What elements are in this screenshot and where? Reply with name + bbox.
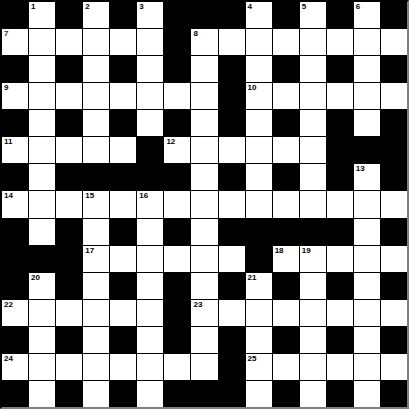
white-cell[interactable] (29, 110, 55, 136)
white-cell[interactable]: 16 (137, 191, 163, 217)
white-cell[interactable] (83, 300, 109, 326)
white-cell[interactable]: 4 (246, 2, 272, 28)
black-cell (327, 110, 353, 136)
clue-number: 5 (302, 2, 306, 11)
clue-number: 8 (193, 29, 197, 38)
black-cell (2, 164, 28, 190)
clue-number: 22 (4, 300, 13, 309)
white-cell[interactable] (29, 300, 55, 326)
white-cell[interactable] (246, 29, 272, 55)
white-cell[interactable] (191, 219, 217, 245)
white-cell[interactable] (137, 381, 163, 407)
black-cell (381, 381, 407, 407)
white-cell[interactable]: 12 (164, 137, 190, 163)
white-cell[interactable] (381, 83, 407, 109)
black-cell (381, 273, 407, 299)
black-cell (164, 381, 190, 407)
black-cell (2, 219, 28, 245)
white-cell[interactable] (381, 354, 407, 380)
white-cell[interactable] (381, 300, 407, 326)
clue-number: 25 (248, 354, 257, 363)
white-cell[interactable] (354, 219, 380, 245)
black-cell (164, 29, 190, 55)
black-cell (273, 164, 299, 190)
white-cell[interactable] (191, 191, 217, 217)
clue-number: 15 (85, 191, 94, 200)
clue-number: 1 (31, 2, 35, 11)
white-cell[interactable] (381, 246, 407, 272)
black-cell (56, 219, 82, 245)
black-cell (327, 381, 353, 407)
black-cell (110, 110, 136, 136)
white-cell[interactable] (381, 191, 407, 217)
black-cell (219, 354, 245, 380)
white-cell[interactable] (137, 300, 163, 326)
black-cell (381, 2, 407, 28)
white-cell[interactable] (246, 327, 272, 353)
white-cell[interactable] (327, 29, 353, 55)
black-cell (219, 110, 245, 136)
black-cell (273, 327, 299, 353)
white-cell[interactable] (354, 300, 380, 326)
white-cell[interactable]: 1 (29, 2, 55, 28)
black-cell (2, 327, 28, 353)
clue-number: 7 (4, 29, 8, 38)
white-cell[interactable] (56, 137, 82, 163)
black-cell (56, 327, 82, 353)
clue-number: 17 (85, 246, 94, 255)
white-cell[interactable] (110, 29, 136, 55)
clue-number: 13 (356, 164, 365, 173)
white-cell[interactable] (273, 29, 299, 55)
black-cell (164, 2, 190, 28)
black-cell (354, 137, 380, 163)
white-cell[interactable] (29, 56, 55, 82)
white-cell[interactable]: 5 (300, 2, 326, 28)
white-cell[interactable]: 19 (300, 246, 326, 272)
white-cell[interactable] (110, 354, 136, 380)
black-cell (219, 273, 245, 299)
white-cell[interactable] (246, 164, 272, 190)
white-cell[interactable] (137, 246, 163, 272)
black-cell (29, 246, 55, 272)
white-cell[interactable] (110, 191, 136, 217)
white-cell[interactable] (354, 273, 380, 299)
white-cell[interactable] (83, 273, 109, 299)
clue-number: 14 (4, 191, 13, 200)
white-cell[interactable] (273, 191, 299, 217)
white-cell[interactable]: 9 (2, 83, 28, 109)
black-cell (164, 110, 190, 136)
black-cell (246, 246, 272, 272)
white-cell[interactable] (83, 83, 109, 109)
white-cell[interactable] (300, 327, 326, 353)
black-cell (381, 137, 407, 163)
white-cell[interactable] (191, 83, 217, 109)
white-cell[interactable] (300, 83, 326, 109)
white-cell[interactable] (191, 273, 217, 299)
black-cell (164, 327, 190, 353)
white-cell[interactable]: 18 (273, 246, 299, 272)
clue-number: 18 (275, 246, 284, 255)
black-cell (327, 164, 353, 190)
black-cell (219, 381, 245, 407)
white-cell[interactable] (83, 29, 109, 55)
white-cell[interactable] (327, 354, 353, 380)
white-cell[interactable]: 10 (246, 83, 272, 109)
white-cell[interactable] (110, 246, 136, 272)
white-cell[interactable]: 6 (354, 2, 380, 28)
white-cell[interactable]: 20 (29, 273, 55, 299)
white-cell[interactable] (327, 191, 353, 217)
white-cell[interactable] (354, 83, 380, 109)
white-cell[interactable] (354, 29, 380, 55)
black-cell (2, 273, 28, 299)
white-cell[interactable] (354, 246, 380, 272)
white-cell[interactable] (83, 381, 109, 407)
white-cell[interactable] (137, 273, 163, 299)
white-cell[interactable] (327, 246, 353, 272)
clue-number: 23 (193, 300, 202, 309)
black-cell (110, 327, 136, 353)
white-cell[interactable] (246, 300, 272, 326)
white-cell[interactable] (110, 83, 136, 109)
clue-number: 20 (31, 273, 40, 282)
black-cell (219, 2, 245, 28)
white-cell[interactable]: 24 (2, 354, 28, 380)
white-cell[interactable] (83, 219, 109, 245)
white-cell[interactable] (246, 56, 272, 82)
black-cell (110, 56, 136, 82)
white-cell[interactable]: 13 (354, 164, 380, 190)
black-cell (164, 273, 190, 299)
white-cell[interactable] (300, 381, 326, 407)
black-cell (56, 2, 82, 28)
black-cell (219, 83, 245, 109)
black-cell (164, 300, 190, 326)
black-cell (273, 219, 299, 245)
white-cell[interactable] (137, 56, 163, 82)
white-cell[interactable] (246, 191, 272, 217)
white-cell[interactable] (29, 137, 55, 163)
clue-number: 19 (302, 246, 311, 255)
black-cell (246, 219, 272, 245)
white-cell[interactable] (219, 246, 245, 272)
black-cell (2, 110, 28, 136)
white-cell[interactable] (164, 354, 190, 380)
clue-number: 24 (4, 354, 13, 363)
white-cell[interactable] (191, 327, 217, 353)
white-cell[interactable] (29, 29, 55, 55)
black-cell (381, 164, 407, 190)
white-cell[interactable] (191, 354, 217, 380)
black-cell (219, 56, 245, 82)
black-cell (219, 164, 245, 190)
white-cell[interactable] (191, 164, 217, 190)
black-cell (56, 56, 82, 82)
black-cell (56, 246, 82, 272)
clue-number: 4 (248, 2, 252, 11)
black-cell (110, 273, 136, 299)
black-cell (164, 219, 190, 245)
white-cell[interactable]: 17 (83, 246, 109, 272)
white-cell[interactable] (354, 56, 380, 82)
white-cell[interactable] (137, 83, 163, 109)
white-cell[interactable] (300, 300, 326, 326)
black-cell (327, 219, 353, 245)
clue-number: 6 (356, 2, 360, 11)
black-cell (273, 56, 299, 82)
black-cell (273, 2, 299, 28)
white-cell[interactable] (137, 327, 163, 353)
black-cell (56, 164, 82, 190)
white-cell[interactable] (273, 137, 299, 163)
black-cell (327, 273, 353, 299)
white-cell[interactable] (191, 246, 217, 272)
white-cell[interactable]: 23 (191, 300, 217, 326)
white-cell[interactable] (354, 327, 380, 353)
black-cell (191, 2, 217, 28)
white-cell[interactable] (273, 354, 299, 380)
black-cell (219, 219, 245, 245)
white-cell[interactable] (300, 164, 326, 190)
clue-number: 12 (166, 137, 175, 146)
black-cell (137, 137, 163, 163)
black-cell (219, 327, 245, 353)
white-cell[interactable] (191, 110, 217, 136)
black-cell (164, 164, 190, 190)
white-cell[interactable] (164, 191, 190, 217)
clue-number: 9 (4, 83, 8, 92)
clue-number: 11 (4, 137, 12, 146)
white-cell[interactable] (29, 381, 55, 407)
black-cell (56, 110, 82, 136)
white-cell[interactable] (29, 83, 55, 109)
black-cell (2, 246, 28, 272)
black-cell (327, 327, 353, 353)
black-cell (381, 56, 407, 82)
black-cell (110, 2, 136, 28)
white-cell[interactable] (29, 191, 55, 217)
black-cell (56, 273, 82, 299)
black-cell (381, 219, 407, 245)
black-cell (110, 381, 136, 407)
white-cell[interactable] (354, 354, 380, 380)
white-cell[interactable] (300, 354, 326, 380)
white-cell[interactable] (300, 273, 326, 299)
black-cell (381, 110, 407, 136)
white-cell[interactable]: 2 (83, 2, 109, 28)
white-cell[interactable] (56, 29, 82, 55)
white-cell[interactable] (137, 219, 163, 245)
white-cell[interactable] (191, 137, 217, 163)
black-cell (2, 56, 28, 82)
black-cell (164, 56, 190, 82)
white-cell[interactable] (219, 29, 245, 55)
white-cell[interactable] (164, 246, 190, 272)
black-cell (381, 327, 407, 353)
clue-number: 2 (85, 2, 89, 11)
white-cell[interactable]: 8 (191, 29, 217, 55)
white-cell[interactable] (300, 191, 326, 217)
black-cell (110, 219, 136, 245)
white-cell[interactable] (137, 110, 163, 136)
white-cell[interactable] (381, 29, 407, 55)
white-cell[interactable]: 22 (2, 300, 28, 326)
white-cell[interactable] (300, 56, 326, 82)
black-cell (273, 273, 299, 299)
black-cell (83, 164, 109, 190)
black-cell (327, 56, 353, 82)
white-cell[interactable] (83, 137, 109, 163)
white-cell[interactable] (137, 354, 163, 380)
white-cell[interactable] (164, 83, 190, 109)
white-cell[interactable] (273, 300, 299, 326)
black-cell (110, 164, 136, 190)
clue-number: 21 (248, 273, 257, 282)
white-cell[interactable] (354, 191, 380, 217)
black-cell (327, 137, 353, 163)
clue-number: 16 (139, 191, 148, 200)
clue-number: 10 (248, 83, 257, 92)
white-cell[interactable] (83, 56, 109, 82)
white-cell[interactable] (56, 83, 82, 109)
white-cell[interactable] (137, 29, 163, 55)
white-cell[interactable]: 15 (83, 191, 109, 217)
white-cell[interactable] (56, 191, 82, 217)
white-cell[interactable] (219, 300, 245, 326)
white-cell[interactable] (354, 110, 380, 136)
black-cell (300, 219, 326, 245)
white-cell[interactable] (300, 29, 326, 55)
white-cell[interactable] (29, 354, 55, 380)
white-cell[interactable] (246, 137, 272, 163)
white-cell[interactable] (29, 164, 55, 190)
white-cell[interactable] (327, 83, 353, 109)
white-cell[interactable] (273, 83, 299, 109)
white-cell[interactable] (83, 354, 109, 380)
white-cell[interactable] (29, 327, 55, 353)
white-cell[interactable] (354, 381, 380, 407)
white-cell[interactable]: 25 (246, 354, 272, 380)
white-cell[interactable] (300, 137, 326, 163)
white-cell[interactable] (246, 110, 272, 136)
white-cell[interactable] (191, 56, 217, 82)
white-cell[interactable]: 7 (2, 29, 28, 55)
white-cell[interactable]: 14 (2, 191, 28, 217)
white-cell[interactable] (83, 327, 109, 353)
white-cell[interactable] (83, 110, 109, 136)
clue-number: 3 (139, 2, 143, 11)
black-cell (273, 381, 299, 407)
white-cell[interactable] (219, 137, 245, 163)
black-cell (2, 2, 28, 28)
black-cell (2, 381, 28, 407)
white-cell[interactable] (56, 354, 82, 380)
black-cell (327, 2, 353, 28)
white-cell[interactable]: 21 (246, 273, 272, 299)
white-cell[interactable] (219, 191, 245, 217)
black-cell (273, 110, 299, 136)
white-cell[interactable] (327, 300, 353, 326)
black-cell (56, 381, 82, 407)
white-cell[interactable] (29, 219, 55, 245)
white-cell[interactable] (56, 300, 82, 326)
white-cell[interactable]: 3 (137, 2, 163, 28)
white-cell[interactable] (110, 300, 136, 326)
white-cell[interactable] (300, 110, 326, 136)
white-cell[interactable] (246, 381, 272, 407)
black-cell (137, 164, 163, 190)
black-cell (191, 381, 217, 407)
white-cell[interactable] (110, 137, 136, 163)
crossword-board: 1234567891011121314151617181920212223242… (0, 0, 409, 409)
white-cell[interactable]: 11 (2, 137, 28, 163)
